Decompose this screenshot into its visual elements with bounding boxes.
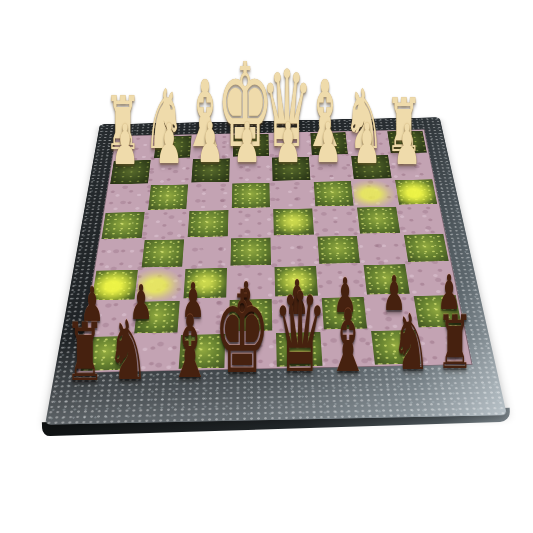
piece-black-knight-g8[interactable]: ♞ <box>108 310 148 392</box>
square-g4[interactable] <box>143 210 188 239</box>
square-d5[interactable] <box>272 235 317 266</box>
square-b3[interactable] <box>352 179 397 206</box>
square-h5[interactable] <box>95 239 143 270</box>
product-photo-canvas: ♜♞♝♚♛♝♞♜♟♟♟♟♟♟♟♟♟♟♟♟♟♟♟♟♜♞♝♚♛♝♞♜ rnbqkbn… <box>0 0 533 533</box>
square-f5[interactable] <box>184 237 229 268</box>
piece-black-rook-a8[interactable]: ♜ <box>437 305 473 379</box>
piece-black-bishop-c8[interactable]: ♝ <box>327 298 369 384</box>
square-a5[interactable] <box>402 233 451 264</box>
square-a3[interactable] <box>393 178 439 205</box>
piece-black-king-e8[interactable]: ♚ <box>214 276 270 390</box>
square-e5[interactable] <box>228 236 272 267</box>
piece-white-pawn-h2[interactable]: ♟ <box>111 117 139 173</box>
square-h3[interactable] <box>104 184 149 211</box>
square-f3[interactable] <box>188 182 231 209</box>
square-d3[interactable] <box>271 181 313 208</box>
piece-white-pawn-d2[interactable]: ♟ <box>274 115 302 171</box>
square-e3[interactable] <box>230 182 272 209</box>
piece-black-bishop-f8[interactable]: ♝ <box>169 304 211 390</box>
piece-white-pawn-f2[interactable]: ♟ <box>196 115 224 171</box>
piece-white-pawn-e2[interactable]: ♟ <box>233 115 261 171</box>
square-f4[interactable] <box>186 209 230 238</box>
square-b5[interactable] <box>358 233 406 264</box>
square-d4[interactable] <box>272 207 316 236</box>
square-g5[interactable] <box>139 238 186 269</box>
piece-white-pawn-a2[interactable]: ♟ <box>393 117 421 173</box>
piece-white-pawn-g2[interactable]: ♟ <box>155 116 183 172</box>
square-g3[interactable] <box>146 183 190 210</box>
position-fen: rnbqkbnr/pppppppp/8/8/8/8/PPPPPPPP/RNBQK… <box>0 0 1 1</box>
square-a4[interactable] <box>397 205 445 234</box>
piece-black-knight-b8[interactable]: ♞ <box>392 304 430 381</box>
square-c5[interactable] <box>315 234 361 265</box>
piece-white-pawn-b2[interactable]: ♟ <box>353 116 381 172</box>
square-c3[interactable] <box>312 180 356 207</box>
piece-black-rook-h8[interactable]: ♜ <box>65 313 104 393</box>
square-c4[interactable] <box>313 206 358 235</box>
square-b4[interactable] <box>355 205 401 234</box>
square-h4[interactable] <box>100 211 146 240</box>
piece-black-queen-d8[interactable]: ♛ <box>273 278 327 388</box>
piece-white-pawn-c2[interactable]: ♟ <box>314 115 342 171</box>
square-e4[interactable] <box>229 208 272 237</box>
